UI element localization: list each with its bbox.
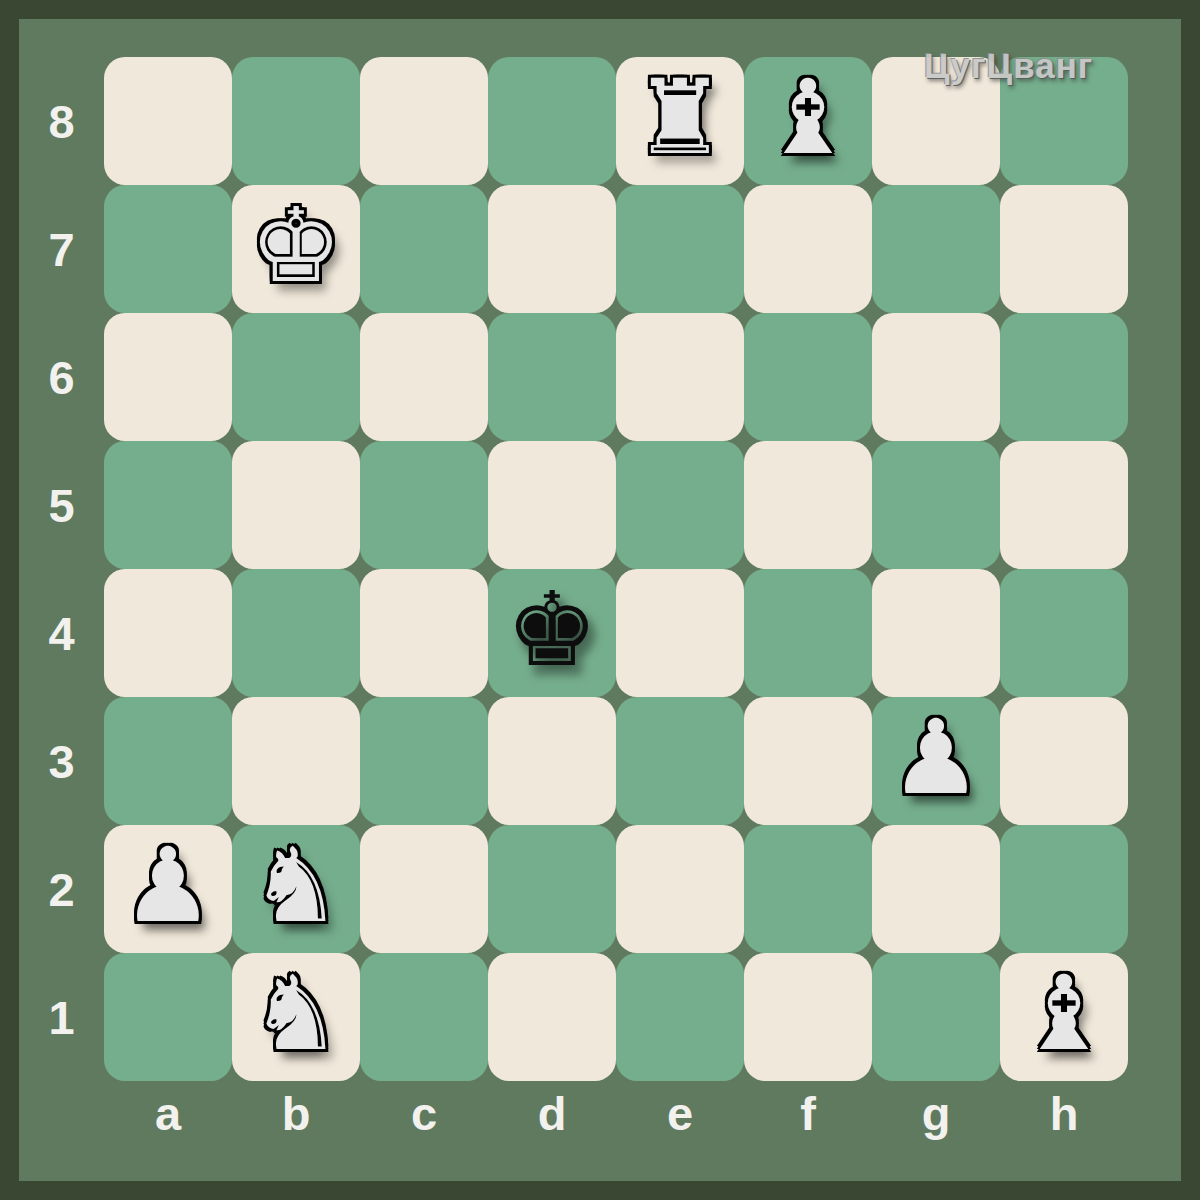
rank-label-6: 6	[19, 313, 104, 441]
white-knight-b1: ♞	[250, 962, 342, 1065]
square-d5[interactable]	[488, 441, 616, 569]
square-c5[interactable]	[360, 441, 488, 569]
file-label-a: a	[104, 1081, 232, 1145]
square-g5[interactable]	[872, 441, 1000, 569]
square-d2[interactable]	[488, 825, 616, 953]
square-g4[interactable]	[872, 569, 1000, 697]
square-h6[interactable]	[1000, 313, 1128, 441]
square-a4[interactable]	[104, 569, 232, 697]
board: ♜♝♚♚♟♟♞♞♝	[104, 57, 1128, 1081]
square-f6[interactable]	[744, 313, 872, 441]
square-d1[interactable]	[488, 953, 616, 1081]
square-a1[interactable]	[104, 953, 232, 1081]
square-g2[interactable]	[872, 825, 1000, 953]
square-e3[interactable]	[616, 697, 744, 825]
square-f7[interactable]	[744, 185, 872, 313]
white-pawn-g3: ♟	[890, 706, 982, 809]
square-h4[interactable]	[1000, 569, 1128, 697]
file-label-e: e	[616, 1081, 744, 1145]
white-rook-e8: ♜	[634, 66, 726, 169]
square-f8[interactable]: ♝	[744, 57, 872, 185]
square-c7[interactable]	[360, 185, 488, 313]
square-c1[interactable]	[360, 953, 488, 1081]
square-g7[interactable]	[872, 185, 1000, 313]
file-label-d: d	[488, 1081, 616, 1145]
square-d3[interactable]	[488, 697, 616, 825]
white-bishop-f8: ♝	[762, 66, 854, 169]
square-f4[interactable]	[744, 569, 872, 697]
square-e2[interactable]	[616, 825, 744, 953]
square-h7[interactable]	[1000, 185, 1128, 313]
square-e7[interactable]	[616, 185, 744, 313]
square-c4[interactable]	[360, 569, 488, 697]
square-d8[interactable]	[488, 57, 616, 185]
square-h2[interactable]	[1000, 825, 1128, 953]
square-a3[interactable]	[104, 697, 232, 825]
square-b4[interactable]	[232, 569, 360, 697]
black-king-d4: ♚	[506, 578, 598, 681]
watermark-text: ЦугЦванг	[924, 46, 1093, 86]
square-e8[interactable]: ♜	[616, 57, 744, 185]
rank-label-7: 7	[19, 185, 104, 313]
square-d4[interactable]: ♚	[488, 569, 616, 697]
square-c2[interactable]	[360, 825, 488, 953]
square-b3[interactable]	[232, 697, 360, 825]
rank-label-3: 3	[19, 697, 104, 825]
white-pawn-a2: ♟	[122, 834, 214, 937]
square-a7[interactable]	[104, 185, 232, 313]
file-label-f: f	[744, 1081, 872, 1145]
square-f3[interactable]	[744, 697, 872, 825]
rank-label-8: 8	[19, 57, 104, 185]
square-h1[interactable]: ♝	[1000, 953, 1128, 1081]
square-h3[interactable]	[1000, 697, 1128, 825]
square-d7[interactable]	[488, 185, 616, 313]
rank-label-2: 2	[19, 825, 104, 953]
square-a5[interactable]	[104, 441, 232, 569]
rank-label-4: 4	[19, 569, 104, 697]
square-g1[interactable]	[872, 953, 1000, 1081]
square-b5[interactable]	[232, 441, 360, 569]
square-b8[interactable]	[232, 57, 360, 185]
file-label-g: g	[872, 1081, 1000, 1145]
square-f5[interactable]	[744, 441, 872, 569]
rank-label-1: 1	[19, 953, 104, 1081]
board-backing: ♜♝♚♚♟♟♞♞♝ 87654321 abcdefgh ЦугЦванг	[19, 19, 1181, 1181]
file-label-h: h	[1000, 1081, 1128, 1145]
square-b6[interactable]	[232, 313, 360, 441]
square-c3[interactable]	[360, 697, 488, 825]
square-e1[interactable]	[616, 953, 744, 1081]
file-label-c: c	[360, 1081, 488, 1145]
square-e5[interactable]	[616, 441, 744, 569]
square-b1[interactable]: ♞	[232, 953, 360, 1081]
square-b7[interactable]: ♚	[232, 185, 360, 313]
square-e6[interactable]	[616, 313, 744, 441]
square-d6[interactable]	[488, 313, 616, 441]
square-a6[interactable]	[104, 313, 232, 441]
square-f1[interactable]	[744, 953, 872, 1081]
file-label-b: b	[232, 1081, 360, 1145]
rank-label-5: 5	[19, 441, 104, 569]
white-bishop-h1: ♝	[1018, 962, 1110, 1065]
square-g3[interactable]: ♟	[872, 697, 1000, 825]
square-h5[interactable]	[1000, 441, 1128, 569]
square-g6[interactable]	[872, 313, 1000, 441]
square-a2[interactable]: ♟	[104, 825, 232, 953]
white-knight-b2: ♞	[250, 834, 342, 937]
chessboard-frame: ♜♝♚♚♟♟♞♞♝ 87654321 abcdefgh ЦугЦванг	[0, 0, 1200, 1200]
square-b2[interactable]: ♞	[232, 825, 360, 953]
square-f2[interactable]	[744, 825, 872, 953]
square-a8[interactable]	[104, 57, 232, 185]
square-c6[interactable]	[360, 313, 488, 441]
white-king-b7: ♚	[250, 194, 342, 297]
square-e4[interactable]	[616, 569, 744, 697]
square-c8[interactable]	[360, 57, 488, 185]
